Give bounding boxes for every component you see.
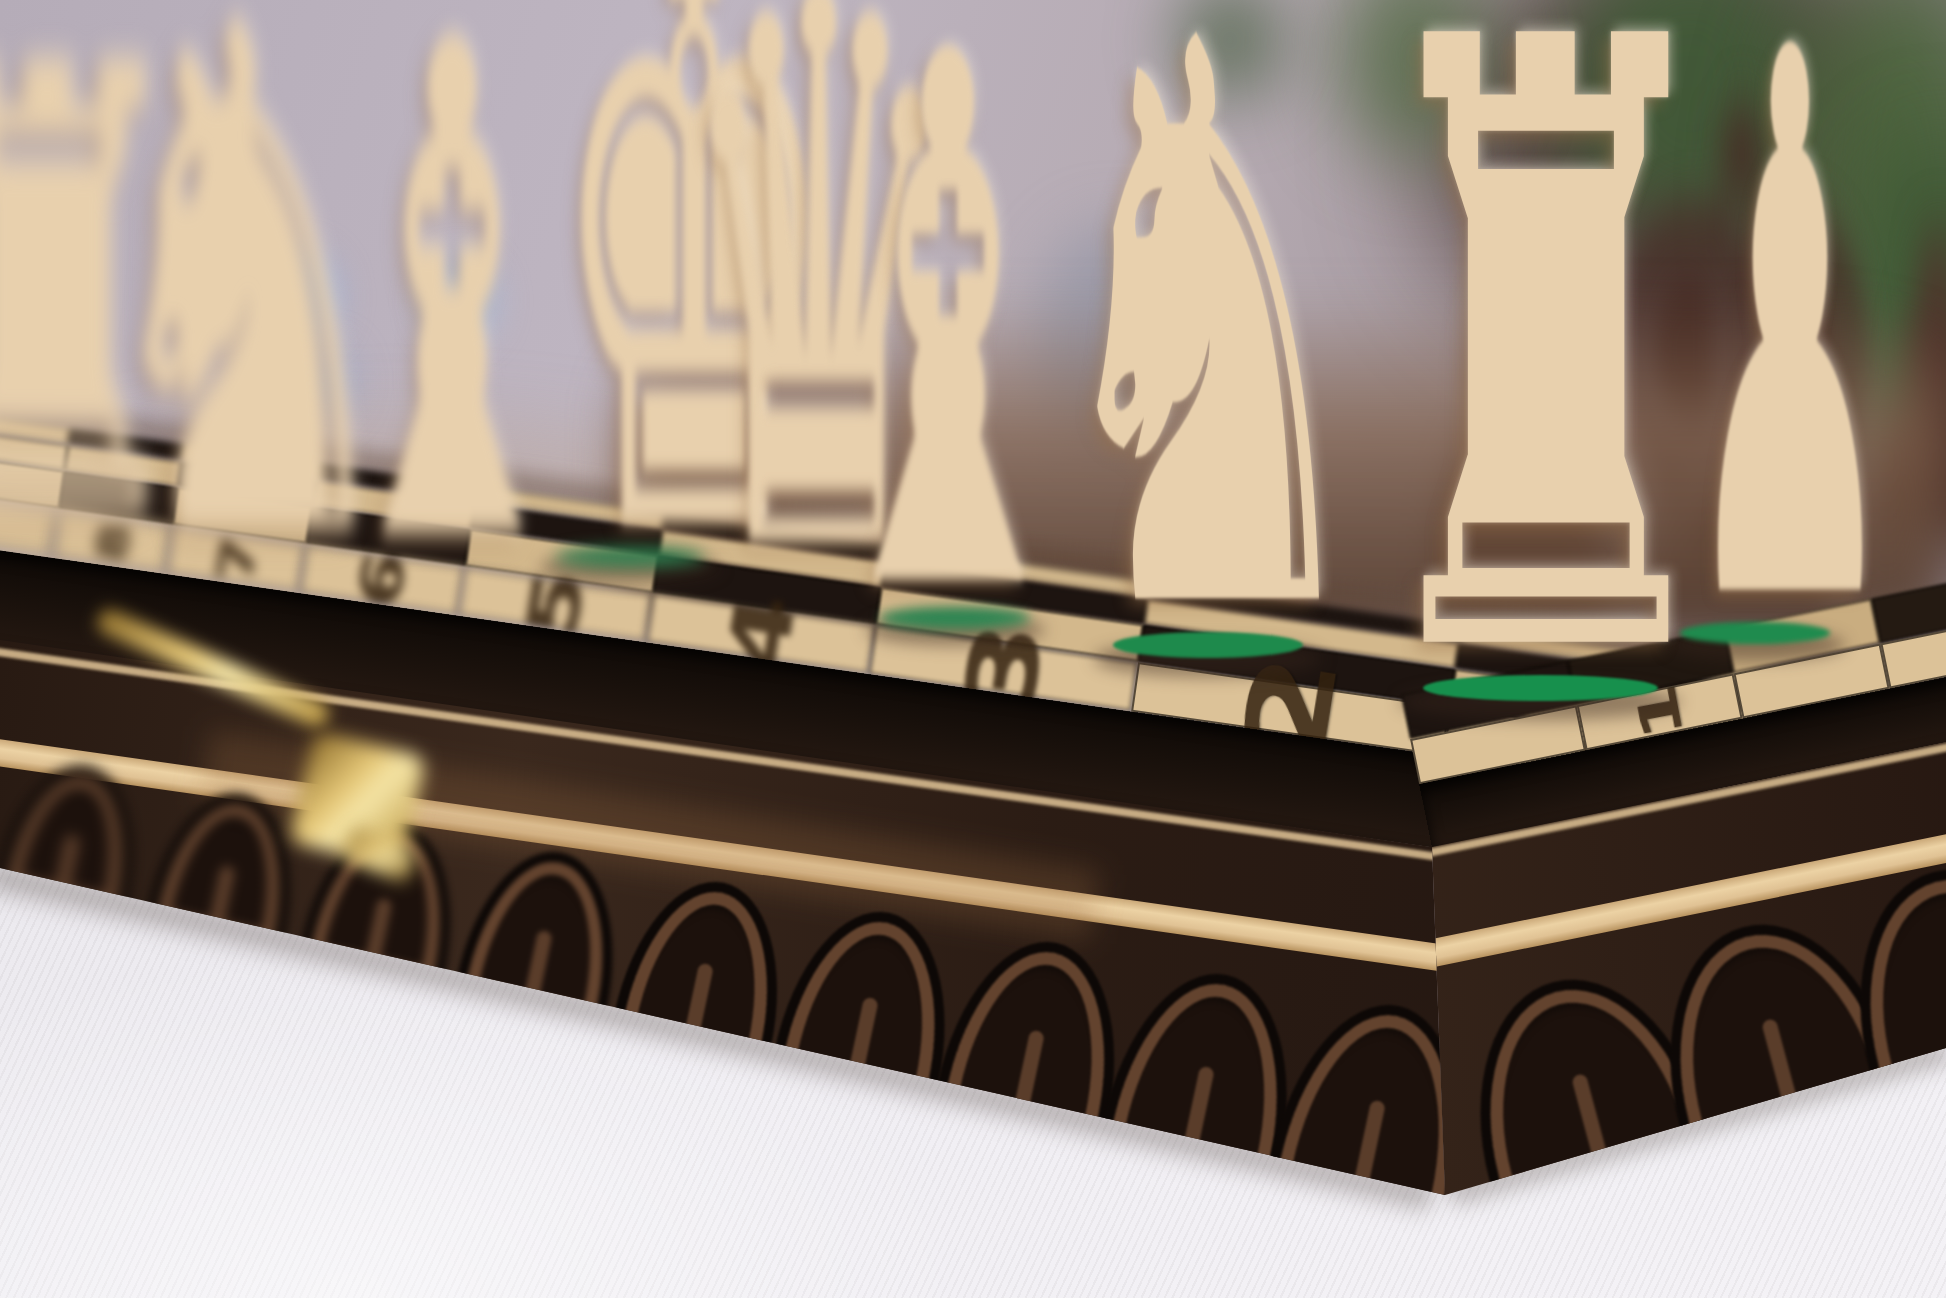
- photo-scene: ♚♟♟ 87654321 1 ♜♞♝♚♛♝♞♟♜: [0, 0, 1946, 1298]
- white-bishop-f1: ♝: [318, 0, 586, 637]
- white-knight-b1: ♞: [1034, 0, 1381, 718]
- white-rook-a1: ♜: [1351, 0, 1741, 770]
